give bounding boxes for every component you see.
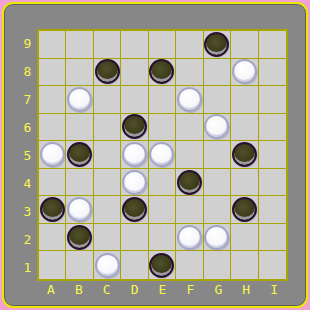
cell-I5[interactable] bbox=[259, 141, 286, 169]
cell-H4[interactable] bbox=[231, 169, 258, 197]
black-stone-G9 bbox=[204, 32, 229, 57]
cell-H2[interactable] bbox=[231, 224, 258, 252]
cell-D8[interactable] bbox=[121, 59, 148, 87]
cell-G1[interactable] bbox=[204, 251, 231, 279]
cell-E7[interactable] bbox=[149, 86, 176, 114]
cell-A9[interactable] bbox=[39, 31, 66, 59]
col-label-I: I bbox=[260, 281, 288, 298]
cell-D6[interactable] bbox=[121, 114, 148, 142]
cell-B5[interactable] bbox=[66, 141, 93, 169]
white-stone-E5 bbox=[149, 142, 174, 167]
cell-F1[interactable] bbox=[176, 251, 203, 279]
cell-B7[interactable] bbox=[66, 86, 93, 114]
cell-B4[interactable] bbox=[66, 169, 93, 197]
cell-C7[interactable] bbox=[94, 86, 121, 114]
black-stone-B5 bbox=[67, 142, 92, 167]
cell-F5[interactable] bbox=[176, 141, 203, 169]
cell-A1[interactable] bbox=[39, 251, 66, 279]
row-label-8: 8 bbox=[19, 57, 36, 85]
cell-D1[interactable] bbox=[121, 251, 148, 279]
cell-A4[interactable] bbox=[39, 169, 66, 197]
cell-F6[interactable] bbox=[176, 114, 203, 142]
cell-F4[interactable] bbox=[176, 169, 203, 197]
white-stone-G6 bbox=[204, 114, 229, 139]
cell-G4[interactable] bbox=[204, 169, 231, 197]
cell-G6[interactable] bbox=[204, 114, 231, 142]
row-label-5: 5 bbox=[19, 141, 36, 169]
game-window: 987654321 ABCDEFGHI bbox=[2, 2, 308, 308]
cell-H1[interactable] bbox=[231, 251, 258, 279]
cell-H7[interactable] bbox=[231, 86, 258, 114]
row-label-3: 3 bbox=[19, 197, 36, 225]
white-stone-D4 bbox=[122, 170, 147, 195]
cell-G5[interactable] bbox=[204, 141, 231, 169]
cell-H6[interactable] bbox=[231, 114, 258, 142]
cell-B2[interactable] bbox=[66, 224, 93, 252]
cell-G7[interactable] bbox=[204, 86, 231, 114]
cell-A3[interactable] bbox=[39, 196, 66, 224]
black-stone-D3 bbox=[122, 197, 147, 222]
cell-D2[interactable] bbox=[121, 224, 148, 252]
black-stone-E8 bbox=[149, 59, 174, 84]
cell-E1[interactable] bbox=[149, 251, 176, 279]
black-stone-H5 bbox=[232, 142, 257, 167]
black-stone-A3 bbox=[40, 197, 65, 222]
cell-C8[interactable] bbox=[94, 59, 121, 87]
cell-H9[interactable] bbox=[231, 31, 258, 59]
col-label-C: C bbox=[93, 281, 121, 298]
col-label-E: E bbox=[149, 281, 177, 298]
cell-G9[interactable] bbox=[204, 31, 231, 59]
white-stone-C1 bbox=[95, 253, 120, 278]
cell-H5[interactable] bbox=[231, 141, 258, 169]
col-label-D: D bbox=[121, 281, 149, 298]
black-stone-E1 bbox=[149, 253, 174, 278]
cell-G2[interactable] bbox=[204, 224, 231, 252]
cell-E4[interactable] bbox=[149, 169, 176, 197]
column-labels: ABCDEFGHI bbox=[37, 281, 288, 298]
cell-F2[interactable] bbox=[176, 224, 203, 252]
white-stone-G2 bbox=[204, 225, 229, 250]
cell-I9[interactable] bbox=[259, 31, 286, 59]
cell-B3[interactable] bbox=[66, 196, 93, 224]
black-stone-F4 bbox=[177, 170, 202, 195]
cell-I3[interactable] bbox=[259, 196, 286, 224]
cell-I6[interactable] bbox=[259, 114, 286, 142]
row-labels: 987654321 bbox=[19, 29, 36, 281]
cell-D3[interactable] bbox=[121, 196, 148, 224]
cell-C3[interactable] bbox=[94, 196, 121, 224]
cell-I7[interactable] bbox=[259, 86, 286, 114]
cell-C1[interactable] bbox=[94, 251, 121, 279]
col-label-A: A bbox=[37, 281, 65, 298]
row-label-1: 1 bbox=[19, 253, 36, 281]
row-label-2: 2 bbox=[19, 225, 36, 253]
cell-I2[interactable] bbox=[259, 224, 286, 252]
cell-I8[interactable] bbox=[259, 59, 286, 87]
row-label-6: 6 bbox=[19, 113, 36, 141]
cell-A7[interactable] bbox=[39, 86, 66, 114]
cell-I4[interactable] bbox=[259, 169, 286, 197]
black-stone-B2 bbox=[67, 225, 92, 250]
cell-B9[interactable] bbox=[66, 31, 93, 59]
cell-D9[interactable] bbox=[121, 31, 148, 59]
cell-H8[interactable] bbox=[231, 59, 258, 87]
cell-A6[interactable] bbox=[39, 114, 66, 142]
cell-G3[interactable] bbox=[204, 196, 231, 224]
cell-E5[interactable] bbox=[149, 141, 176, 169]
cell-C2[interactable] bbox=[94, 224, 121, 252]
cell-D4[interactable] bbox=[121, 169, 148, 197]
row-label-7: 7 bbox=[19, 85, 36, 113]
cell-F8[interactable] bbox=[176, 59, 203, 87]
col-label-B: B bbox=[65, 281, 93, 298]
white-stone-B7 bbox=[67, 87, 92, 112]
cell-B1[interactable] bbox=[66, 251, 93, 279]
cell-E2[interactable] bbox=[149, 224, 176, 252]
black-stone-H3 bbox=[232, 197, 257, 222]
cell-A2[interactable] bbox=[39, 224, 66, 252]
cell-F7[interactable] bbox=[176, 86, 203, 114]
cell-F3[interactable] bbox=[176, 196, 203, 224]
black-stone-C8 bbox=[95, 59, 120, 84]
cell-B8[interactable] bbox=[66, 59, 93, 87]
row-label-4: 4 bbox=[19, 169, 36, 197]
cell-H3[interactable] bbox=[231, 196, 258, 224]
cell-E3[interactable] bbox=[149, 196, 176, 224]
col-label-H: H bbox=[232, 281, 260, 298]
game-board bbox=[37, 29, 288, 281]
cell-C6[interactable] bbox=[94, 114, 121, 142]
cell-A8[interactable] bbox=[39, 59, 66, 87]
cell-I1[interactable] bbox=[259, 251, 286, 279]
cell-F9[interactable] bbox=[176, 31, 203, 59]
cell-C5[interactable] bbox=[94, 141, 121, 169]
cell-C9[interactable] bbox=[94, 31, 121, 59]
cell-E6[interactable] bbox=[149, 114, 176, 142]
cell-C4[interactable] bbox=[94, 169, 121, 197]
cell-D5[interactable] bbox=[121, 141, 148, 169]
white-stone-A5 bbox=[40, 142, 65, 167]
col-label-G: G bbox=[204, 281, 232, 298]
row-label-9: 9 bbox=[19, 29, 36, 57]
white-stone-B3 bbox=[67, 197, 92, 222]
cell-D7[interactable] bbox=[121, 86, 148, 114]
cell-B6[interactable] bbox=[66, 114, 93, 142]
white-stone-F2 bbox=[177, 225, 202, 250]
white-stone-D5 bbox=[122, 142, 147, 167]
cell-G8[interactable] bbox=[204, 59, 231, 87]
cell-A5[interactable] bbox=[39, 141, 66, 169]
cell-E8[interactable] bbox=[149, 59, 176, 87]
white-stone-H8 bbox=[232, 59, 257, 84]
col-label-F: F bbox=[176, 281, 204, 298]
white-stone-F7 bbox=[177, 87, 202, 112]
cell-E9[interactable] bbox=[149, 31, 176, 59]
black-stone-D6 bbox=[122, 114, 147, 139]
